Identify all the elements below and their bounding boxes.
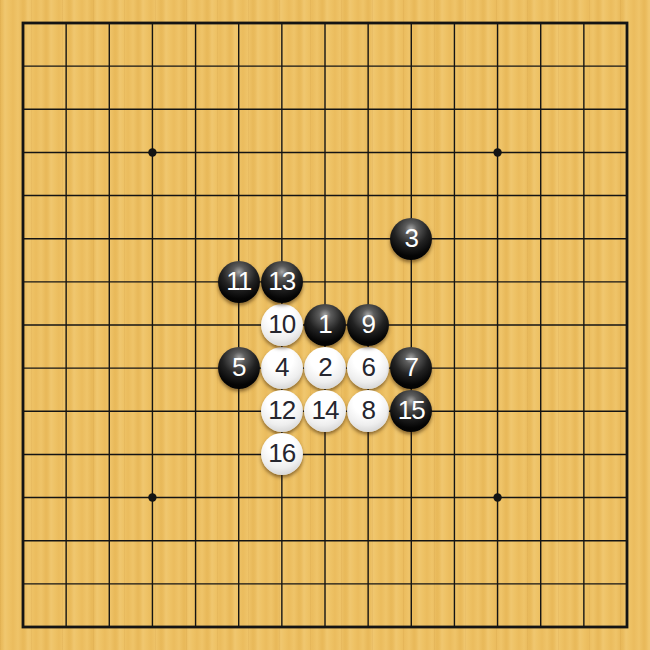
stones-layer: 12345678910111213141516: [1, 1, 648, 648]
stone-white-4: 4: [261, 347, 303, 389]
stone-white-2: 2: [304, 347, 346, 389]
stone-black-15: 15: [390, 390, 432, 432]
stone-number: 3: [405, 225, 418, 251]
stone-number: 15: [398, 397, 425, 423]
stone-number: 8: [361, 397, 374, 423]
gomoku-board[interactable]: 12345678910111213141516: [0, 0, 650, 650]
stone-number: 14: [312, 397, 339, 423]
stone-white-10: 10: [261, 304, 303, 346]
stone-white-8: 8: [347, 390, 389, 432]
stone-number: 9: [361, 311, 374, 337]
stone-number: 11: [226, 268, 251, 294]
stone-white-6: 6: [347, 347, 389, 389]
stone-number: 10: [268, 311, 295, 337]
stone-black-11: 11: [218, 261, 260, 303]
stone-black-3: 3: [390, 218, 432, 260]
stone-number: 4: [275, 354, 288, 380]
stone-white-16: 16: [261, 433, 303, 475]
stone-white-14: 14: [304, 390, 346, 432]
stone-black-7: 7: [390, 347, 432, 389]
stone-black-13: 13: [261, 261, 303, 303]
stone-number: 16: [268, 440, 295, 466]
stone-number: 12: [268, 397, 295, 423]
stone-number: 6: [361, 354, 374, 380]
stone-black-5: 5: [218, 347, 260, 389]
stone-white-12: 12: [261, 390, 303, 432]
stone-number: 7: [405, 354, 418, 380]
stone-number: 1: [318, 311, 331, 337]
stone-black-9: 9: [347, 304, 389, 346]
stone-black-1: 1: [304, 304, 346, 346]
stone-number: 13: [268, 268, 295, 294]
stone-number: 5: [232, 354, 245, 380]
stone-number: 2: [318, 354, 331, 380]
